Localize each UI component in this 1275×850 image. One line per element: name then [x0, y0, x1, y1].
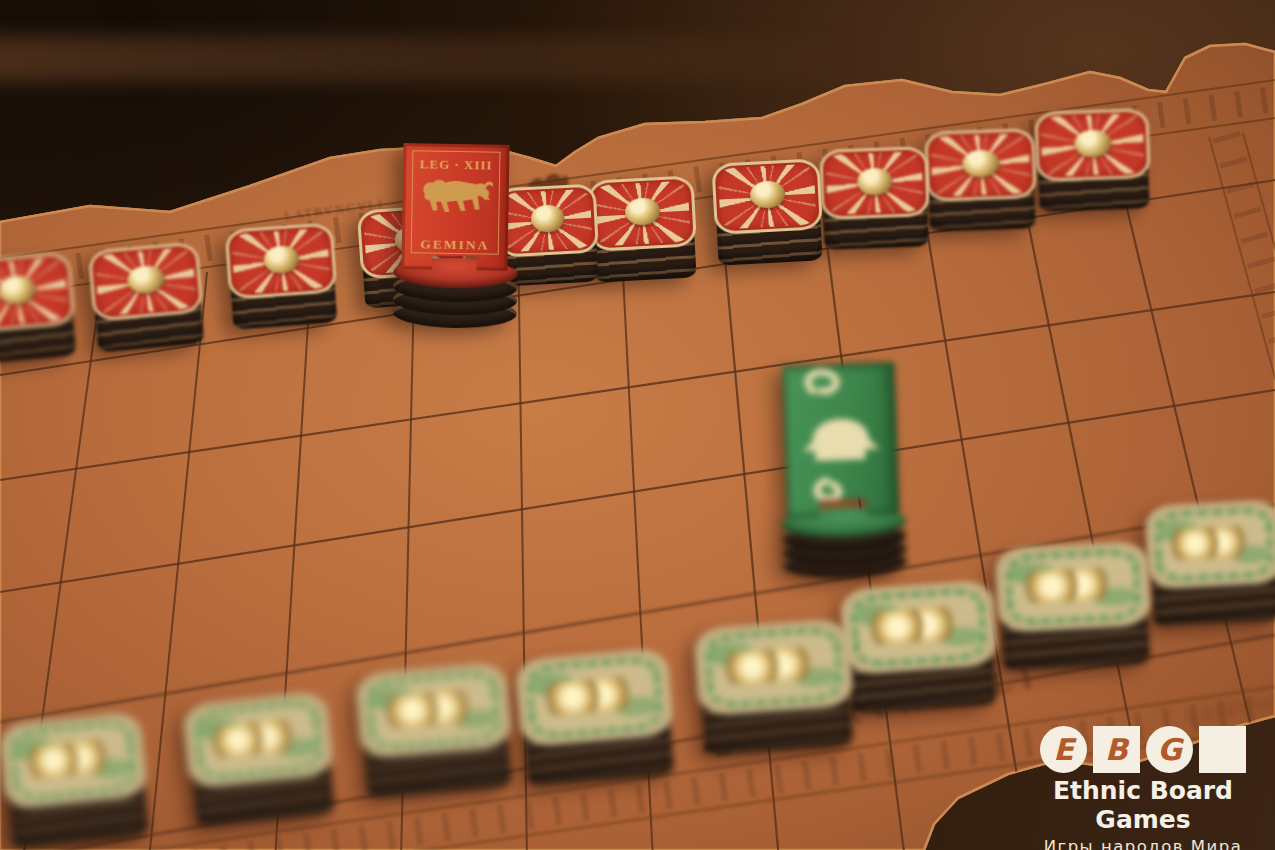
tile-top — [711, 158, 823, 235]
brand-name: Ethnic Board Games — [1023, 776, 1263, 834]
green-soldier-tile[interactable] — [515, 648, 677, 787]
tile-top — [182, 691, 334, 790]
logo-letter-g: G — [1146, 726, 1193, 773]
red-soldier-tile[interactable] — [924, 128, 1037, 232]
green-dux-standard[interactable] — [776, 362, 907, 580]
red-soldier-tile[interactable] — [225, 222, 340, 329]
pieces-layer: LEG · XIII GEMINA — [0, 0, 1275, 850]
green-soldier-tile[interactable] — [995, 541, 1153, 671]
logo-blank-square — [1199, 726, 1246, 773]
tile-top — [819, 146, 929, 220]
tile-top — [515, 648, 674, 748]
red-dux-plaque: LEG · XIII GEMINA — [401, 143, 509, 271]
logo-letter-b: B — [1093, 726, 1140, 773]
brand-logo: E B G Ethnic Board Games Игры народов Ми… — [1023, 726, 1263, 850]
tile-top — [1145, 500, 1275, 590]
logo-letter-e: E — [1040, 726, 1087, 773]
red-soldier-tile[interactable] — [711, 158, 824, 266]
green-soldier-tile[interactable] — [694, 619, 856, 755]
red-soldier-tile[interactable] — [587, 175, 698, 282]
logo-letter-g-text: G — [1157, 732, 1182, 767]
tile-top — [355, 662, 512, 760]
green-soldier-tile[interactable] — [1145, 500, 1275, 627]
red-soldier-tile[interactable] — [819, 146, 930, 250]
tile-top — [587, 175, 697, 252]
latrunculi-photo-scene: LATRVNCVLI LATRVNCVLI LATRVNCVLI LEG · X… — [0, 0, 1275, 850]
logo-letter-b-text: B — [1105, 732, 1128, 767]
green-soldier-tile[interactable] — [355, 662, 515, 799]
tile-top — [924, 128, 1036, 202]
red-dux-standard[interactable]: LEG · XIII GEMINA — [392, 143, 519, 329]
red-soldier-tile[interactable] — [1034, 108, 1151, 212]
red-soldier-tile[interactable] — [0, 251, 78, 364]
tile-top — [225, 222, 338, 299]
tile-top — [88, 241, 204, 322]
tile-top — [840, 580, 998, 676]
green-soldier-tile[interactable] — [840, 580, 1000, 714]
brand-tagline: Игры народов Мира — [1023, 837, 1263, 850]
logo-shapes: E B G — [1023, 726, 1263, 773]
green-dux-plaque — [782, 362, 899, 518]
tile-top — [1034, 108, 1150, 182]
tile-top — [995, 541, 1151, 633]
red-soldier-tile[interactable] — [88, 241, 206, 352]
red-dux-gemina-text: GEMINA — [402, 236, 508, 254]
green-soldier-tile[interactable] — [0, 711, 152, 849]
logo-letter-e-text: E — [1053, 732, 1074, 767]
green-soldier-tile[interactable] — [182, 691, 338, 827]
tile-top — [0, 251, 76, 333]
helmet-emblem-icon — [782, 362, 899, 518]
lion-emblem-icon — [415, 175, 496, 223]
tile-top — [694, 619, 854, 716]
red-dux-legion-text: LEG · XIII — [403, 156, 509, 174]
tile-top — [0, 711, 148, 811]
